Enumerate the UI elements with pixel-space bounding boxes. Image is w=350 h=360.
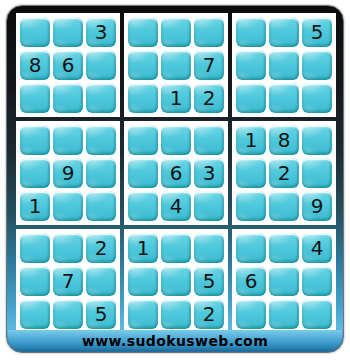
cell-r4c4[interactable] (128, 125, 158, 155)
cell-r4c2[interactable] (53, 125, 83, 155)
sudoku-board-grid: 386712591634182927515246 (16, 13, 336, 333)
cell-r6c3[interactable] (86, 191, 116, 221)
cell-r4c3[interactable] (86, 125, 116, 155)
cell-r3c4[interactable] (128, 83, 158, 113)
sudoku-box-3-1: 275 (16, 229, 120, 333)
cell-r5c5[interactable]: 6 (161, 158, 191, 188)
sudoku-box-3-3: 46 (232, 229, 336, 333)
cell-r9c4[interactable] (128, 299, 158, 329)
cell-r8c4[interactable] (128, 266, 158, 296)
cell-r6c8[interactable] (269, 191, 299, 221)
cell-r4c5[interactable] (161, 125, 191, 155)
cell-r3c3[interactable] (86, 83, 116, 113)
cell-r6c9[interactable]: 9 (302, 191, 332, 221)
cell-r5c9[interactable] (302, 158, 332, 188)
cell-r7c6[interactable] (194, 233, 224, 263)
cell-r8c8[interactable] (269, 266, 299, 296)
cell-r2c8[interactable] (269, 50, 299, 80)
page: 386712591634182927515246 www.sudokusweb.… (0, 0, 350, 360)
cell-r8c6[interactable]: 5 (194, 266, 224, 296)
cell-r3c8[interactable] (269, 83, 299, 113)
sudoku-box-2-1: 91 (16, 121, 120, 225)
cell-r8c3[interactable] (86, 266, 116, 296)
cell-r3c5[interactable]: 1 (161, 83, 191, 113)
cell-r1c7[interactable] (236, 17, 266, 47)
cell-r8c5[interactable] (161, 266, 191, 296)
cell-r5c3[interactable] (86, 158, 116, 188)
cell-r1c6[interactable] (194, 17, 224, 47)
cell-r8c2[interactable]: 7 (53, 266, 83, 296)
cell-r7c4[interactable]: 1 (128, 233, 158, 263)
cell-r5c6[interactable]: 3 (194, 158, 224, 188)
cell-r6c7[interactable] (236, 191, 266, 221)
sudoku-box-2-3: 1829 (232, 121, 336, 225)
cell-r9c8[interactable] (269, 299, 299, 329)
cell-r2c1[interactable]: 8 (20, 50, 50, 80)
cell-r7c8[interactable] (269, 233, 299, 263)
cell-r6c5[interactable]: 4 (161, 191, 191, 221)
cell-r5c1[interactable] (20, 158, 50, 188)
sudoku-box-1-2: 712 (124, 13, 228, 117)
sudoku-board: 386712591634182927515246 www.sudokusweb.… (6, 5, 344, 353)
cell-r5c8[interactable]: 2 (269, 158, 299, 188)
cell-r1c4[interactable] (128, 17, 158, 47)
cell-r5c4[interactable] (128, 158, 158, 188)
cell-r7c2[interactable] (53, 233, 83, 263)
cell-r6c4[interactable] (128, 191, 158, 221)
cell-r1c3[interactable]: 3 (86, 17, 116, 47)
cell-r1c1[interactable] (20, 17, 50, 47)
sudoku-box-1-1: 386 (16, 13, 120, 117)
cell-r1c8[interactable] (269, 17, 299, 47)
cell-r9c5[interactable] (161, 299, 191, 329)
cell-r2c3[interactable] (86, 50, 116, 80)
cell-r1c5[interactable] (161, 17, 191, 47)
sudoku-box-3-2: 152 (124, 229, 228, 333)
cell-r9c2[interactable] (53, 299, 83, 329)
cell-r9c1[interactable] (20, 299, 50, 329)
cell-r2c4[interactable] (128, 50, 158, 80)
cell-r8c9[interactable] (302, 266, 332, 296)
cell-r9c3[interactable]: 5 (86, 299, 116, 329)
cell-r2c5[interactable] (161, 50, 191, 80)
cell-r2c7[interactable] (236, 50, 266, 80)
cell-r2c2[interactable]: 6 (53, 50, 83, 80)
cell-r3c1[interactable] (20, 83, 50, 113)
cell-r7c1[interactable] (20, 233, 50, 263)
cell-r9c7[interactable] (236, 299, 266, 329)
cell-r7c5[interactable] (161, 233, 191, 263)
cell-r4c9[interactable] (302, 125, 332, 155)
cell-r7c7[interactable] (236, 233, 266, 263)
cell-r5c2[interactable]: 9 (53, 158, 83, 188)
cell-r7c9[interactable]: 4 (302, 233, 332, 263)
cell-r7c3[interactable]: 2 (86, 233, 116, 263)
cell-r8c7[interactable]: 6 (236, 266, 266, 296)
cell-r4c6[interactable] (194, 125, 224, 155)
cell-r3c7[interactable] (236, 83, 266, 113)
cell-r4c1[interactable] (20, 125, 50, 155)
cell-r2c6[interactable]: 7 (194, 50, 224, 80)
cell-r5c7[interactable] (236, 158, 266, 188)
cell-r6c6[interactable] (194, 191, 224, 221)
cell-r3c6[interactable]: 2 (194, 83, 224, 113)
cell-r4c7[interactable]: 1 (236, 125, 266, 155)
cell-r9c6[interactable]: 2 (194, 299, 224, 329)
cell-r4c8[interactable]: 8 (269, 125, 299, 155)
cell-r9c9[interactable] (302, 299, 332, 329)
site-url: www.sudokusweb.com (82, 333, 268, 349)
sudoku-box-1-3: 5 (232, 13, 336, 117)
cell-r8c1[interactable] (20, 266, 50, 296)
sudoku-box-2-2: 634 (124, 121, 228, 225)
cell-r3c2[interactable] (53, 83, 83, 113)
cell-r1c9[interactable]: 5 (302, 17, 332, 47)
cell-r2c9[interactable] (302, 50, 332, 80)
cell-r6c2[interactable] (53, 191, 83, 221)
cell-r3c9[interactable] (302, 83, 332, 113)
cell-r1c2[interactable] (53, 17, 83, 47)
site-footer-band: www.sudokusweb.com (8, 330, 342, 351)
cell-r6c1[interactable]: 1 (20, 191, 50, 221)
